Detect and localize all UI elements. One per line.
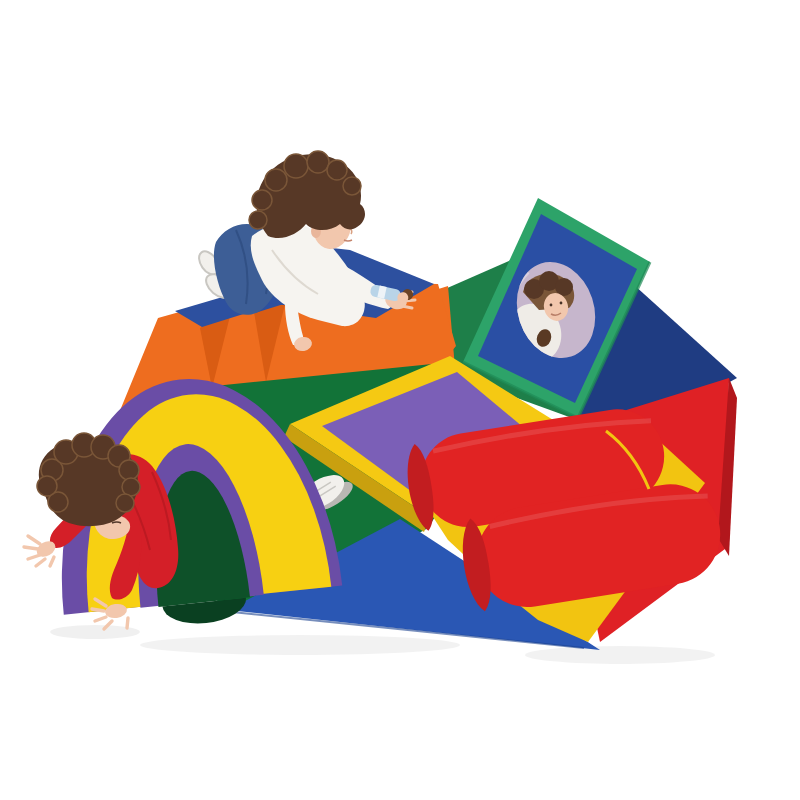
reflection-eye xyxy=(560,302,563,305)
softplay-scene xyxy=(0,0,800,800)
floor-shadow xyxy=(525,646,715,664)
reflection-curl xyxy=(555,278,573,296)
floor-shadow xyxy=(140,635,460,655)
reflection-eye xyxy=(550,304,553,307)
product-photo: Two toddlers playing on a colorful multi… xyxy=(0,0,800,800)
